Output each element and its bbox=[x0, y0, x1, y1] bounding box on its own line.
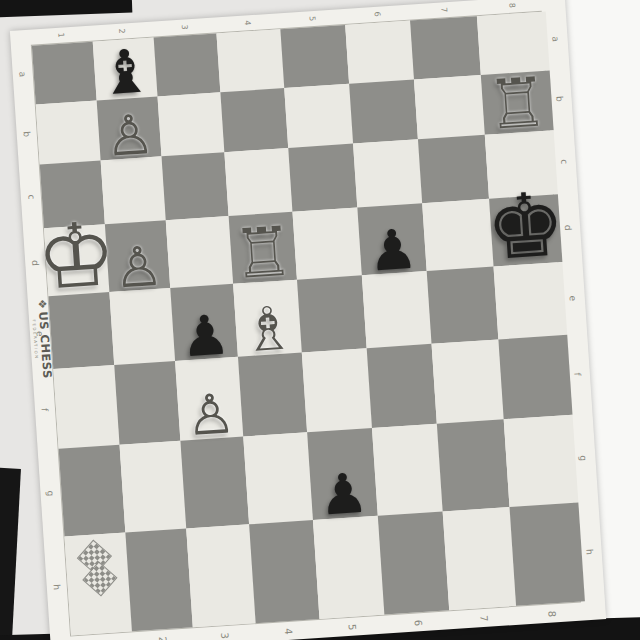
square-e7 bbox=[427, 267, 499, 345]
square-f3: ♙ bbox=[176, 357, 244, 440]
square-a1 bbox=[32, 42, 96, 104]
square-b5 bbox=[284, 83, 353, 148]
square-g7 bbox=[437, 419, 509, 511]
file-label-right-c: c bbox=[559, 159, 569, 165]
rank-label-bottom-6: 6 bbox=[412, 619, 423, 626]
rank-label-bottom-2: 2 bbox=[157, 636, 168, 640]
square-g3 bbox=[181, 436, 249, 528]
square-c4 bbox=[224, 148, 292, 216]
square-d3 bbox=[166, 216, 233, 288]
square-f1 bbox=[53, 365, 119, 448]
square-g2 bbox=[119, 440, 186, 532]
piece-white-rook-b8: ♖ bbox=[485, 71, 550, 137]
rank-label-top-7: 7 bbox=[439, 7, 448, 13]
square-c6 bbox=[353, 140, 423, 208]
file-label-left-d: d bbox=[30, 260, 40, 266]
square-g8 bbox=[504, 414, 579, 506]
square-e2 bbox=[109, 288, 175, 365]
square-g6 bbox=[372, 423, 443, 515]
square-h3 bbox=[187, 524, 256, 627]
rank-label-top-8: 8 bbox=[507, 2, 516, 8]
square-e3: ♟ bbox=[171, 284, 238, 361]
square-b4 bbox=[220, 88, 288, 153]
square-e8 bbox=[494, 262, 568, 340]
square-h8 bbox=[510, 502, 585, 606]
square-h2 bbox=[125, 528, 193, 631]
square-c1 bbox=[40, 161, 105, 229]
file-label-left-g: g bbox=[45, 490, 55, 496]
square-f7 bbox=[432, 340, 504, 423]
square-d5 bbox=[292, 208, 361, 280]
square-d4: ♖ bbox=[229, 212, 297, 284]
square-g1 bbox=[59, 444, 125, 536]
file-label-left-f: f bbox=[40, 408, 50, 412]
square-b6 bbox=[349, 79, 419, 144]
square-f2 bbox=[114, 361, 181, 444]
square-b3 bbox=[158, 92, 225, 157]
square-c3 bbox=[162, 153, 229, 221]
rank-label-top-6: 6 bbox=[373, 11, 382, 17]
square-d2: ♙ bbox=[105, 220, 171, 292]
square-h1 bbox=[64, 532, 131, 635]
square-f4 bbox=[238, 353, 307, 436]
square-c8 bbox=[485, 131, 558, 199]
square-a3 bbox=[154, 33, 220, 96]
square-e5 bbox=[297, 275, 366, 352]
rank-label-top-5: 5 bbox=[307, 16, 316, 22]
piece-black-pawn-d6: ♟ bbox=[366, 223, 419, 277]
piece-white-pawn-d2: ♙ bbox=[112, 240, 165, 294]
chess-board: 12345678 ❖US CHESS FEDERATION abcdefgh a… bbox=[10, 0, 606, 640]
square-b7 bbox=[414, 74, 485, 139]
file-label-left-h: h bbox=[52, 584, 62, 590]
us-chess-logo-icon: ❖ bbox=[36, 299, 50, 310]
piece-black-pawn-e3: ♟ bbox=[179, 309, 232, 363]
rank-label-top-3: 3 bbox=[180, 24, 189, 30]
file-label-right-e: e bbox=[568, 295, 578, 301]
piece-white-bishop-e4: ♗ bbox=[240, 300, 297, 359]
rank-label-bottom-7: 7 bbox=[479, 614, 490, 621]
rank-label-bottom-4: 4 bbox=[282, 627, 293, 634]
square-a5 bbox=[280, 25, 349, 88]
rank-label-bottom-3: 3 bbox=[219, 632, 230, 639]
square-f6 bbox=[366, 344, 437, 427]
rank-label-bottom-5: 5 bbox=[347, 623, 358, 630]
square-a6 bbox=[345, 21, 415, 84]
square-e4: ♗ bbox=[233, 280, 301, 357]
square-e1 bbox=[49, 292, 114, 369]
file-label-left-a: a bbox=[18, 72, 28, 78]
square-b2: ♙ bbox=[96, 96, 162, 161]
file-label-right-h: h bbox=[584, 549, 594, 555]
file-label-right-f: f bbox=[573, 373, 583, 377]
board-grid: ♝♙♖♔♙♖♟♚♟♗♙♟ bbox=[31, 11, 581, 637]
piece-white-pawn-b2: ♙ bbox=[103, 109, 156, 163]
square-h4 bbox=[249, 520, 319, 623]
photo-of-chess-position: { "game": "chess", "position": "1R1k4/8/… bbox=[0, 0, 640, 640]
file-label-right-b: b bbox=[554, 96, 564, 102]
piece-black-pawn-g5: ♟ bbox=[317, 468, 370, 522]
square-c7 bbox=[418, 135, 489, 203]
piece-white-rook-d4: ♖ bbox=[231, 220, 296, 286]
square-c2 bbox=[100, 157, 166, 225]
square-g5: ♟ bbox=[307, 428, 377, 520]
square-d1: ♔ bbox=[44, 224, 109, 296]
file-label-right-d: d bbox=[563, 224, 573, 230]
rank-label-top-2: 2 bbox=[117, 28, 126, 34]
square-h7 bbox=[443, 507, 516, 610]
photo-background-dark-top-left bbox=[0, 0, 132, 17]
file-label-left-c: c bbox=[26, 194, 36, 200]
square-f5 bbox=[302, 349, 372, 432]
square-a8 bbox=[477, 12, 550, 75]
square-d6: ♟ bbox=[357, 203, 427, 275]
photo-background-dark-left-edge bbox=[0, 467, 21, 640]
square-e6 bbox=[361, 271, 431, 348]
square-d8: ♚ bbox=[489, 194, 562, 266]
square-a7 bbox=[410, 16, 481, 79]
square-a2: ♝ bbox=[92, 38, 157, 100]
square-h6 bbox=[377, 511, 449, 614]
file-label-right-g: g bbox=[578, 455, 588, 461]
file-label-left-b: b bbox=[22, 131, 32, 137]
file-label-right-a: a bbox=[550, 36, 560, 42]
us-chess-corner-logo bbox=[75, 541, 121, 602]
square-g4 bbox=[243, 432, 312, 524]
rank-label-top-4: 4 bbox=[243, 20, 252, 26]
square-d7 bbox=[423, 199, 494, 271]
square-h5 bbox=[313, 515, 384, 618]
rank-label-top-1: 1 bbox=[56, 32, 65, 38]
square-c5 bbox=[288, 144, 357, 212]
rank-label-bottom-8: 8 bbox=[546, 610, 557, 617]
square-f8 bbox=[499, 335, 573, 419]
square-a4 bbox=[217, 29, 284, 92]
square-b1 bbox=[36, 100, 101, 165]
piece-white-pawn-f3: ♙ bbox=[184, 388, 237, 442]
square-b8: ♖ bbox=[481, 70, 554, 135]
piece-black-bishop-a2: ♝ bbox=[97, 43, 154, 102]
